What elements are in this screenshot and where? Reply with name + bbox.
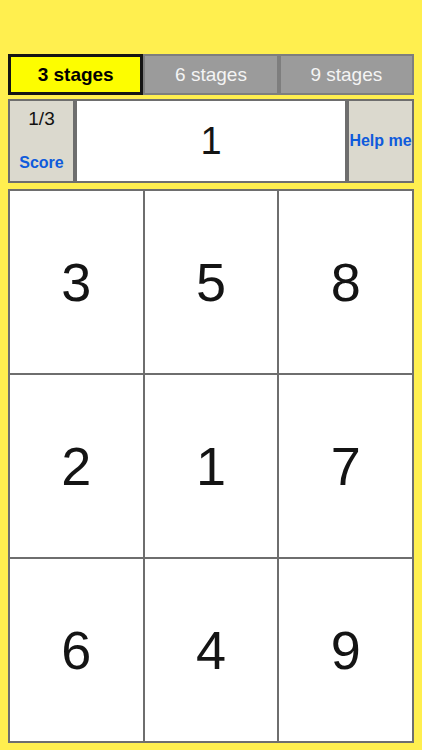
cell-r2c1[interactable]: 4 <box>145 559 278 741</box>
cell-r2c0[interactable]: 6 <box>10 559 143 741</box>
stage-tab-bar: 3 stages 6 stages 9 stages <box>8 54 414 95</box>
tab-9-stages[interactable]: 9 stages <box>279 54 414 95</box>
help-me-button[interactable]: Help me <box>347 99 414 183</box>
cell-r0c1[interactable]: 5 <box>145 191 278 373</box>
cell-r1c2[interactable]: 7 <box>279 375 412 557</box>
cell-r2c2[interactable]: 9 <box>279 559 412 741</box>
cell-r1c0[interactable]: 2 <box>10 375 143 557</box>
stage-progress: 1/3 <box>28 108 54 130</box>
cell-r0c2[interactable]: 8 <box>279 191 412 373</box>
app-screen: 3 stages 6 stages 9 stages 1/3 Score 1 H… <box>0 0 422 750</box>
status-header: 1/3 Score 1 Help me <box>8 99 414 183</box>
cell-r1c1[interactable]: 1 <box>145 375 278 557</box>
cell-r0c0[interactable]: 3 <box>10 191 143 373</box>
number-grid: 3 5 8 2 1 7 6 4 9 <box>8 189 414 743</box>
score-button[interactable]: 1/3 Score <box>8 99 75 183</box>
score-label: Score <box>19 154 63 172</box>
current-number-display: 1 <box>75 99 347 183</box>
tab-6-stages[interactable]: 6 stages <box>143 54 278 95</box>
tab-3-stages[interactable]: 3 stages <box>8 54 143 95</box>
